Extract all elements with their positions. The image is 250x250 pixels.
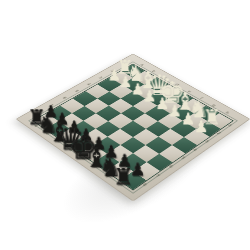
file-label: h — [225, 111, 231, 115]
board-scene: abcdefgh abcdefgh 12345678 12345678 ♜♞♝♛… — [0, 0, 250, 250]
rank-label: 5 — [180, 156, 186, 160]
piece-black-rook-h8: ♜ — [113, 166, 134, 189]
rank-label: 5 — [74, 89, 80, 92]
rank-label: 4 — [192, 148, 198, 152]
rank-label: 1 — [227, 124, 233, 128]
rank-label: 2 — [216, 131, 222, 135]
rank-label: 3 — [98, 76, 103, 79]
rank-label: 4 — [86, 83, 92, 86]
product-photo-chess-set: abcdefgh abcdefgh 12345678 12345678 ♜♞♝♛… — [0, 0, 250, 250]
piece-white-pawn-f2: ♟ — [168, 104, 182, 120]
piece-white-pawn-h2: ♟ — [194, 119, 209, 135]
rank-label: 6 — [61, 96, 67, 99]
